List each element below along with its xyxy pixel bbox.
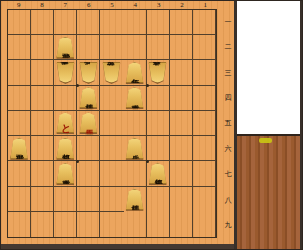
- shogi-piece[interactable]: 銀将: [148, 163, 167, 184]
- shogi-piece[interactable]: 歩兵: [79, 62, 98, 83]
- board-cell[interactable]: 歩兵: [77, 60, 100, 85]
- board-cell[interactable]: [170, 136, 193, 161]
- board-cell[interactable]: 角行: [124, 60, 147, 85]
- board-cell[interactable]: [193, 136, 216, 161]
- rank-label: 二: [221, 34, 235, 59]
- hoshi-dot: [146, 84, 149, 87]
- board-cell[interactable]: [8, 10, 31, 35]
- rank-label: 七: [221, 162, 235, 187]
- board-cell[interactable]: [31, 136, 54, 161]
- board-cell[interactable]: [147, 10, 170, 35]
- board-cell[interactable]: [77, 136, 100, 161]
- rank-label: 一: [221, 9, 235, 34]
- shogi-piece[interactable]: 香車: [125, 87, 144, 108]
- board-cell[interactable]: 飛車: [54, 35, 77, 60]
- board-cell[interactable]: [100, 10, 123, 35]
- board-cell[interactable]: [100, 212, 123, 237]
- board-cell[interactable]: [31, 187, 54, 212]
- file-label: 3: [147, 1, 170, 9]
- shogi-piece[interactable]: 王将: [102, 62, 121, 83]
- shogi-piece[interactable]: 飛車: [56, 37, 75, 58]
- board-cell[interactable]: [31, 35, 54, 60]
- board-cell[interactable]: [170, 161, 193, 186]
- board-cell[interactable]: [8, 86, 31, 111]
- file-label: 4: [124, 1, 147, 9]
- board-cell[interactable]: [100, 111, 123, 136]
- shogi-piece[interactable]: 銀将: [56, 138, 75, 159]
- board-cell[interactable]: [147, 35, 170, 60]
- board-cell[interactable]: 金将: [147, 60, 170, 85]
- board-cell[interactable]: [124, 111, 147, 136]
- board-cell[interactable]: [31, 86, 54, 111]
- board-cell[interactable]: [147, 187, 170, 212]
- board-cell[interactable]: [54, 10, 77, 35]
- board-cell[interactable]: と: [54, 111, 77, 136]
- board-cell[interactable]: [77, 212, 100, 237]
- board-cell[interactable]: [124, 212, 147, 237]
- board-cell[interactable]: 銀将: [54, 136, 77, 161]
- board-cell[interactable]: [193, 35, 216, 60]
- rank-label: 三: [221, 60, 235, 85]
- board-cell[interactable]: 王将: [100, 60, 123, 85]
- board-cell[interactable]: [31, 111, 54, 136]
- board-cell[interactable]: [193, 212, 216, 237]
- shogi-piece[interactable]: 金将: [148, 62, 167, 83]
- board-cell[interactable]: 桂馬: [77, 86, 100, 111]
- rank-label: 八: [221, 187, 235, 212]
- board-cell[interactable]: [170, 10, 193, 35]
- rank-label: 五: [221, 111, 235, 136]
- file-labels: 987654321: [7, 1, 217, 9]
- board-cell[interactable]: [147, 212, 170, 237]
- board-cell[interactable]: [8, 35, 31, 60]
- board-cell[interactable]: [193, 161, 216, 186]
- board-cell[interactable]: [193, 86, 216, 111]
- board-cell[interactable]: [8, 60, 31, 85]
- board-cell[interactable]: [193, 10, 216, 35]
- board-cell[interactable]: [100, 187, 123, 212]
- board-cell[interactable]: 香車: [124, 86, 147, 111]
- board-cell[interactable]: [100, 161, 123, 186]
- board-cell[interactable]: 竜馬: [77, 111, 100, 136]
- board-cell[interactable]: [54, 212, 77, 237]
- right-border: [300, 1, 303, 250]
- board-cell[interactable]: [100, 86, 123, 111]
- board-cell[interactable]: [170, 86, 193, 111]
- rank-label: 六: [221, 136, 235, 161]
- board-cell[interactable]: 飛車: [8, 136, 31, 161]
- board-cell[interactable]: [8, 187, 31, 212]
- shogi-piece[interactable]: 桂馬: [79, 87, 98, 108]
- board-cell[interactable]: [8, 212, 31, 237]
- file-label: 2: [170, 1, 193, 9]
- shogi-app: 987654321 一二三四五六七八九 飛車香車歩兵王将角行金将桂馬香車と竜馬飛…: [0, 0, 303, 250]
- file-label: 6: [77, 1, 100, 9]
- board-cell[interactable]: [100, 35, 123, 60]
- board-cell[interactable]: [77, 187, 100, 212]
- board-cell[interactable]: [31, 10, 54, 35]
- board-cell[interactable]: [8, 111, 31, 136]
- board-cell[interactable]: [31, 212, 54, 237]
- board-cell[interactable]: 銀将: [147, 161, 170, 186]
- file-label: 9: [7, 1, 30, 9]
- board-cell[interactable]: 香車: [54, 161, 77, 186]
- board-bottom-border: [1, 244, 234, 250]
- file-label: 7: [54, 1, 77, 9]
- board-cell[interactable]: [170, 212, 193, 237]
- board-cell[interactable]: [77, 161, 100, 186]
- board-cell[interactable]: [193, 60, 216, 85]
- shogi-piece[interactable]: 桂馬: [125, 189, 144, 210]
- board-cell[interactable]: [193, 187, 216, 212]
- file-label: 1: [194, 1, 217, 9]
- shogi-piece[interactable]: と: [56, 112, 75, 133]
- board-cell[interactable]: [100, 136, 123, 161]
- shogi-piece[interactable]: 香車: [56, 163, 75, 184]
- board-cell[interactable]: [8, 161, 31, 186]
- piece-kanji: と: [60, 117, 70, 128]
- board-cell[interactable]: [147, 86, 170, 111]
- hoshi-dot: [76, 160, 79, 163]
- board-cell[interactable]: [31, 161, 54, 186]
- board-grid: 飛車香車歩兵王将角行金将桂馬香車と竜馬飛車銀将歩兵香車銀将桂馬: [7, 9, 217, 238]
- board-cell[interactable]: 香車: [54, 60, 77, 85]
- rank-label: 九: [221, 213, 235, 238]
- rank-label: 四: [221, 85, 235, 110]
- board-cell[interactable]: [54, 86, 77, 111]
- shogi-piece[interactable]: 歩兵: [125, 138, 144, 159]
- rank-labels: 一二三四五六七八九: [221, 9, 235, 238]
- shogi-piece[interactable]: 竜馬: [79, 112, 98, 133]
- gote-capture-panel: [237, 1, 300, 134]
- shogi-piece[interactable]: 飛車: [10, 138, 29, 159]
- board-cell[interactable]: [77, 10, 100, 35]
- sente-komadai-panel: [237, 134, 300, 249]
- file-label: 5: [100, 1, 123, 9]
- shogi-piece[interactable]: 香車: [56, 62, 75, 83]
- board-cell[interactable]: [170, 60, 193, 85]
- board-cell[interactable]: [124, 10, 147, 35]
- board-cell[interactable]: [170, 187, 193, 212]
- board-cell[interactable]: [54, 187, 77, 212]
- board-cell[interactable]: [124, 35, 147, 60]
- shogi-piece[interactable]: 角行: [125, 62, 144, 83]
- board-cell[interactable]: [147, 136, 170, 161]
- board-cell[interactable]: [147, 111, 170, 136]
- file-label: 8: [30, 1, 53, 9]
- board-cell[interactable]: 歩兵: [124, 136, 147, 161]
- board-cell[interactable]: [170, 111, 193, 136]
- board-cell[interactable]: [170, 35, 193, 60]
- board-cell[interactable]: [31, 60, 54, 85]
- board-cell[interactable]: [193, 111, 216, 136]
- board-cell[interactable]: [77, 35, 100, 60]
- board-cell[interactable]: 桂馬: [124, 187, 147, 212]
- komadai-marker: [259, 138, 272, 143]
- board-cell[interactable]: [124, 161, 147, 186]
